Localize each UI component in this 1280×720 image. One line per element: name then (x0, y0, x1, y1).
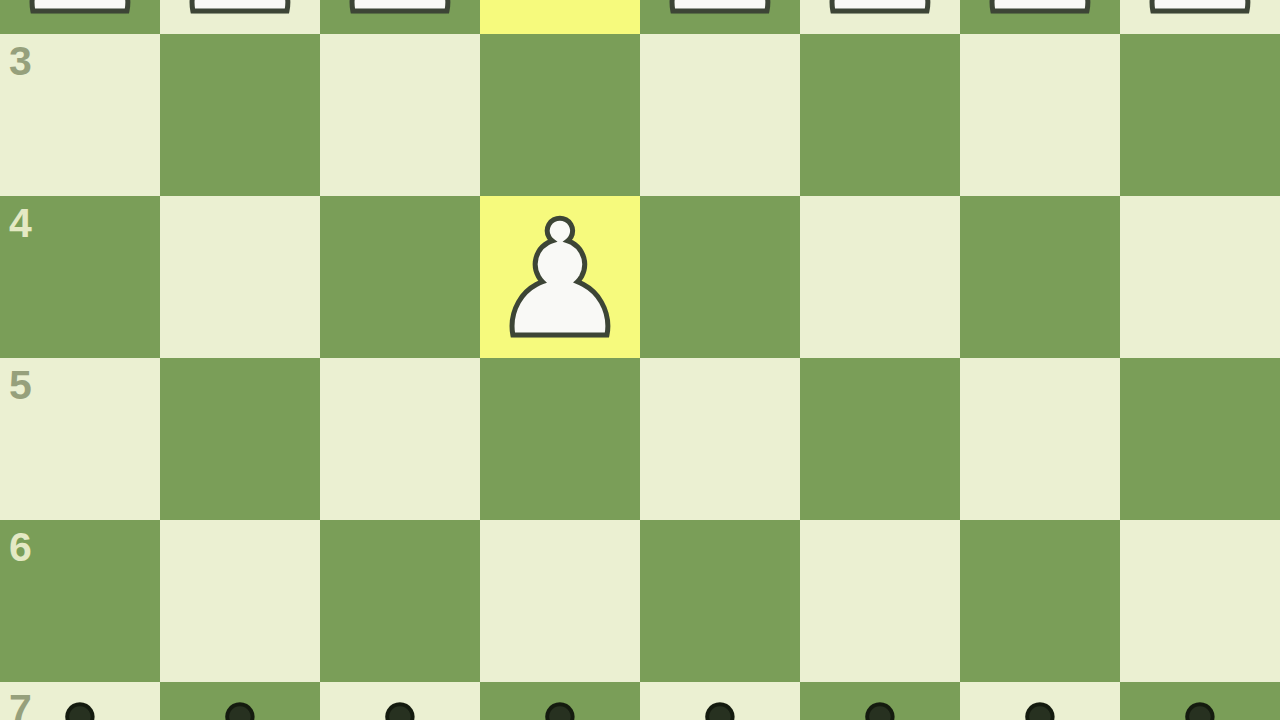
square-c7[interactable]: ♟ (800, 682, 960, 720)
square-h6[interactable]: 6 (0, 520, 160, 682)
square-e2[interactable] (480, 0, 640, 34)
square-h3[interactable]: 3 (0, 34, 160, 196)
white-pawn-c2[interactable]: ♟ (800, 0, 960, 37)
square-f2[interactable]: ♟ (320, 0, 480, 34)
white-pawn-e4[interactable]: ♟ (480, 199, 640, 361)
square-e4[interactable]: ♟ (480, 196, 640, 358)
black-pawn-f7[interactable]: ♟ (320, 685, 480, 720)
square-h2[interactable]: 2♟ (0, 0, 160, 34)
square-f3[interactable] (320, 34, 480, 196)
square-b5[interactable] (960, 358, 1120, 520)
white-pawn-g2[interactable]: ♟ (160, 0, 320, 37)
square-g3[interactable] (160, 34, 320, 196)
square-c4[interactable] (800, 196, 960, 358)
black-pawn-g7[interactable]: ♟ (160, 685, 320, 720)
white-pawn-h2[interactable]: ♟ (0, 0, 160, 37)
square-h7[interactable]: 7♟ (0, 682, 160, 720)
square-e5[interactable] (480, 358, 640, 520)
square-e6[interactable] (480, 520, 640, 682)
square-g5[interactable] (160, 358, 320, 520)
white-pawn-f2[interactable]: ♟ (320, 0, 480, 37)
square-h5[interactable]: 5 (0, 358, 160, 520)
square-a7[interactable]: ♟ (1120, 682, 1280, 720)
black-pawn-c7[interactable]: ♟ (800, 685, 960, 720)
square-d2[interactable]: ♟ (640, 0, 800, 34)
black-pawn-a7[interactable]: ♟ (1120, 685, 1280, 720)
black-pawn-d7[interactable]: ♟ (640, 685, 800, 720)
square-c5[interactable] (800, 358, 960, 520)
square-b2[interactable]: ♟ (960, 0, 1120, 34)
square-d5[interactable] (640, 358, 800, 520)
square-c6[interactable] (800, 520, 960, 682)
black-pawn-h7[interactable]: ♟ (0, 685, 160, 720)
square-a5[interactable] (1120, 358, 1280, 520)
square-d3[interactable] (640, 34, 800, 196)
square-b6[interactable] (960, 520, 1120, 682)
board[interactable]: 1♜♞♝♚♛♝♞♜2♟♟♟♟♟♟♟34♟567♟♟♟♟♟♟♟♟8♜♞♝♚♛♝♞♜ (0, 0, 1280, 720)
square-c2[interactable]: ♟ (800, 0, 960, 34)
square-d7[interactable]: ♟ (640, 682, 800, 720)
square-d4[interactable] (640, 196, 800, 358)
square-b3[interactable] (960, 34, 1120, 196)
square-f4[interactable] (320, 196, 480, 358)
square-g2[interactable]: ♟ (160, 0, 320, 34)
square-a6[interactable] (1120, 520, 1280, 682)
square-f7[interactable]: ♟ (320, 682, 480, 720)
black-pawn-e7[interactable]: ♟ (480, 685, 640, 720)
white-pawn-d2[interactable]: ♟ (640, 0, 800, 37)
square-g4[interactable] (160, 196, 320, 358)
rank-label-7: 7 (9, 689, 32, 720)
square-f6[interactable] (320, 520, 480, 682)
square-f5[interactable] (320, 358, 480, 520)
square-g7[interactable]: ♟ (160, 682, 320, 720)
square-a4[interactable] (1120, 196, 1280, 358)
square-e7[interactable]: ♟ (480, 682, 640, 720)
chess-board-viewport: 1♜♞♝♚♛♝♞♜2♟♟♟♟♟♟♟34♟567♟♟♟♟♟♟♟♟8♜♞♝♚♛♝♞♜ (0, 0, 1280, 720)
black-pawn-b7[interactable]: ♟ (960, 685, 1120, 720)
white-pawn-a2[interactable]: ♟ (1120, 0, 1280, 37)
square-b4[interactable] (960, 196, 1120, 358)
square-a2[interactable]: ♟ (1120, 0, 1280, 34)
square-a3[interactable] (1120, 34, 1280, 196)
square-c3[interactable] (800, 34, 960, 196)
square-g6[interactable] (160, 520, 320, 682)
square-e3[interactable] (480, 34, 640, 196)
rank-label-3: 3 (9, 41, 32, 82)
square-b7[interactable]: ♟ (960, 682, 1120, 720)
white-pawn-b2[interactable]: ♟ (960, 0, 1120, 37)
square-d6[interactable] (640, 520, 800, 682)
rank-label-5: 5 (9, 365, 32, 406)
rank-label-6: 6 (9, 527, 32, 568)
rank-label-4: 4 (9, 203, 32, 244)
square-h4[interactable]: 4 (0, 196, 160, 358)
